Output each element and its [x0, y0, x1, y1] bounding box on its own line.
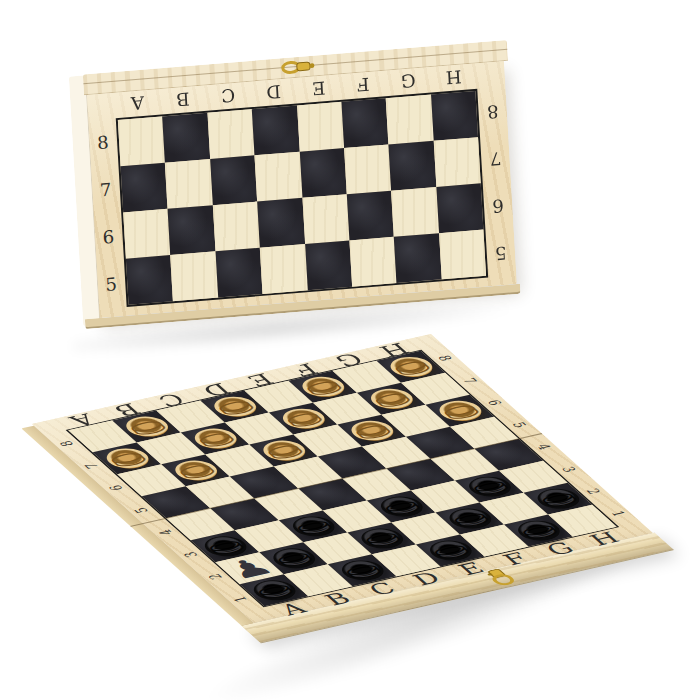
folded-square-g7 — [389, 141, 436, 191]
folded-square-h6 — [436, 183, 483, 233]
folded-square-e6 — [302, 194, 349, 244]
folded-square-b6 — [168, 205, 215, 255]
product-photo-scene: ABCDEFGH 8765 8765 ABCDEFGH ABCDEFGH 876… — [0, 0, 700, 700]
folded-rank-label-left-7: 7 — [90, 165, 121, 214]
folded-rank-label-left-5: 5 — [96, 260, 127, 309]
folded-square-d5 — [260, 244, 307, 294]
folded-rank-label-right-8: 8 — [477, 87, 508, 136]
folded-square-c7 — [210, 155, 257, 205]
folded-square-f6 — [347, 191, 394, 241]
folded-square-e8 — [297, 102, 344, 152]
folded-square-h5 — [439, 230, 486, 280]
folded-square-d7 — [255, 152, 302, 202]
folded-file-label-f: F — [340, 70, 387, 100]
folded-square-d6 — [257, 198, 304, 248]
folded-square-g8 — [386, 95, 433, 145]
folded-board-grid — [116, 89, 488, 307]
folded-file-label-e: E — [295, 73, 342, 103]
folded-square-g5 — [394, 233, 441, 283]
folded-square-a6 — [123, 209, 170, 259]
folded-square-c5 — [215, 248, 262, 298]
folded-square-c8 — [207, 109, 254, 159]
folded-square-b8 — [163, 113, 210, 163]
folded-file-label-h: H — [431, 62, 478, 92]
folded-square-h7 — [433, 137, 480, 187]
clasp-icon — [280, 58, 315, 76]
folded-square-b7 — [165, 159, 212, 209]
folded-square-c6 — [213, 202, 260, 252]
folded-square-e7 — [299, 148, 346, 198]
folded-square-e5 — [305, 240, 352, 290]
folded-rank-label-right-6: 6 — [483, 181, 514, 230]
folded-square-a8 — [118, 116, 165, 166]
folded-square-a7 — [121, 163, 168, 213]
folded-square-h8 — [431, 91, 478, 141]
folded-file-label-g: G — [385, 66, 432, 96]
folded-square-g6 — [391, 187, 438, 237]
folded-file-label-d: D — [250, 77, 297, 107]
folded-file-label-b: B — [159, 84, 206, 114]
box-lid-printed-face: ABCDEFGH 8765 8765 — [86, 60, 517, 318]
folded-board: ABCDEFGH 8765 8765 — [86, 60, 517, 318]
folded-square-b5 — [171, 251, 218, 301]
folded-square-f7 — [344, 144, 391, 194]
folded-square-d8 — [252, 105, 299, 155]
folded-rank-label-left-6: 6 — [93, 213, 124, 262]
folded-file-label-a: A — [114, 88, 161, 118]
folded-square-a5 — [126, 255, 173, 305]
folded-square-f8 — [341, 98, 388, 148]
folded-rank-label-left-8: 8 — [88, 118, 119, 167]
folded-file-label-c: C — [205, 81, 252, 111]
folded-square-f5 — [349, 237, 396, 287]
folded-rank-label-right-7: 7 — [480, 134, 511, 183]
folded-rank-label-right-5: 5 — [485, 228, 516, 277]
